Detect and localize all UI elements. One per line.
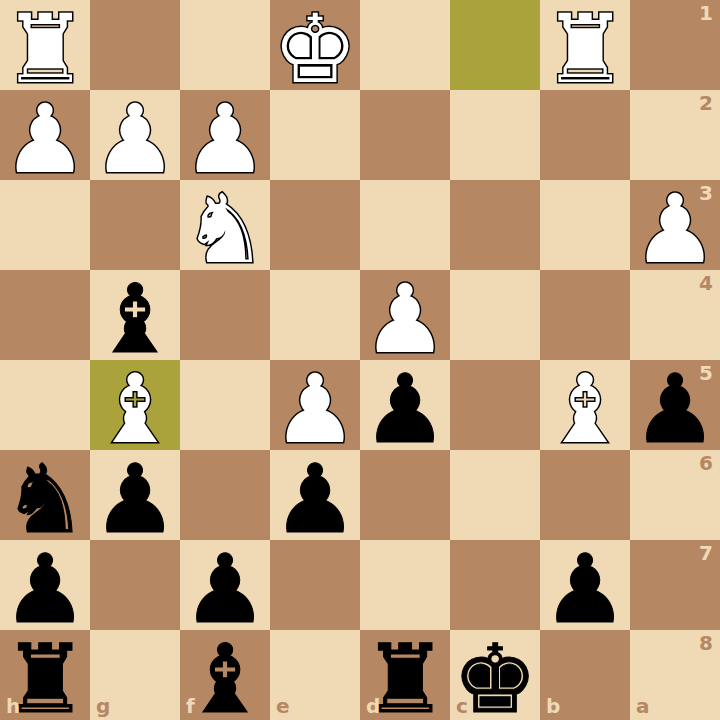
square-d5[interactable]: ♟ bbox=[360, 360, 450, 450]
black-bishop-icon[interactable]: ♝ bbox=[182, 632, 267, 720]
square-c7[interactable] bbox=[450, 540, 540, 630]
black-pawn-icon[interactable]: ♟ bbox=[182, 542, 267, 631]
black-pawn-icon[interactable]: ♟ bbox=[92, 452, 177, 541]
white-knight-icon[interactable]: ♞ bbox=[182, 182, 267, 271]
square-c4[interactable] bbox=[450, 270, 540, 360]
rank-label-7: 7 bbox=[699, 543, 713, 563]
square-a4[interactable]: 4 bbox=[630, 270, 720, 360]
square-e1[interactable]: ♚ bbox=[270, 0, 360, 90]
square-f1[interactable] bbox=[180, 0, 270, 90]
rank-label-6: 6 bbox=[699, 453, 713, 473]
black-bishop-icon[interactable]: ♝ bbox=[92, 272, 177, 361]
black-rook-icon[interactable]: ♜ bbox=[362, 632, 447, 720]
square-g5[interactable]: ♝ bbox=[90, 360, 180, 450]
square-b3[interactable] bbox=[540, 180, 630, 270]
square-e3[interactable] bbox=[270, 180, 360, 270]
square-g4[interactable]: ♝ bbox=[90, 270, 180, 360]
square-b5[interactable]: ♝ bbox=[540, 360, 630, 450]
square-d6[interactable] bbox=[360, 450, 450, 540]
square-a3[interactable]: ♟3 bbox=[630, 180, 720, 270]
black-pawn-icon[interactable]: ♟ bbox=[632, 362, 717, 451]
file-label-b: b bbox=[546, 696, 560, 716]
white-pawn-icon[interactable]: ♟ bbox=[632, 182, 717, 271]
square-b2[interactable] bbox=[540, 90, 630, 180]
white-bishop-icon[interactable]: ♝ bbox=[542, 362, 627, 451]
black-pawn-icon[interactable]: ♟ bbox=[362, 362, 447, 451]
square-h3[interactable] bbox=[0, 180, 90, 270]
square-g7[interactable] bbox=[90, 540, 180, 630]
black-rook-icon[interactable]: ♜ bbox=[2, 632, 87, 720]
square-c6[interactable] bbox=[450, 450, 540, 540]
square-d7[interactable] bbox=[360, 540, 450, 630]
square-e5[interactable]: ♟ bbox=[270, 360, 360, 450]
square-d1[interactable] bbox=[360, 0, 450, 90]
white-pawn-icon[interactable]: ♟ bbox=[2, 92, 87, 181]
square-d8[interactable]: ♜d bbox=[360, 630, 450, 720]
chess-board: ♜♚♜1♟♟♟2♞♟3♝♟4♝♟♟♝♟5♞♟♟6♟♟♟7♜hg♝fe♜d♚cba… bbox=[0, 0, 720, 720]
square-b4[interactable] bbox=[540, 270, 630, 360]
black-pawn-icon[interactable]: ♟ bbox=[2, 542, 87, 631]
square-e7[interactable] bbox=[270, 540, 360, 630]
square-f5[interactable] bbox=[180, 360, 270, 450]
square-d2[interactable] bbox=[360, 90, 450, 180]
square-g2[interactable]: ♟ bbox=[90, 90, 180, 180]
white-bishop-icon[interactable]: ♝ bbox=[92, 362, 177, 451]
square-f7[interactable]: ♟ bbox=[180, 540, 270, 630]
white-rook-icon[interactable]: ♜ bbox=[542, 2, 627, 91]
square-h1[interactable]: ♜ bbox=[0, 0, 90, 90]
square-h7[interactable]: ♟ bbox=[0, 540, 90, 630]
square-g6[interactable]: ♟ bbox=[90, 450, 180, 540]
square-e4[interactable] bbox=[270, 270, 360, 360]
square-f6[interactable] bbox=[180, 450, 270, 540]
square-h5[interactable] bbox=[0, 360, 90, 450]
square-b1[interactable]: ♜ bbox=[540, 0, 630, 90]
square-f8[interactable]: ♝f bbox=[180, 630, 270, 720]
white-king-icon[interactable]: ♚ bbox=[272, 2, 357, 91]
square-h2[interactable]: ♟ bbox=[0, 90, 90, 180]
square-g8[interactable]: g bbox=[90, 630, 180, 720]
rank-label-1: 1 bbox=[699, 3, 713, 23]
square-g1[interactable] bbox=[90, 0, 180, 90]
square-a7[interactable]: 7 bbox=[630, 540, 720, 630]
square-g3[interactable] bbox=[90, 180, 180, 270]
square-f3[interactable]: ♞ bbox=[180, 180, 270, 270]
file-label-g: g bbox=[96, 696, 110, 716]
white-pawn-icon[interactable]: ♟ bbox=[182, 92, 267, 181]
square-d4[interactable]: ♟ bbox=[360, 270, 450, 360]
square-c2[interactable] bbox=[450, 90, 540, 180]
white-pawn-icon[interactable]: ♟ bbox=[272, 362, 357, 451]
square-c8[interactable]: ♚c bbox=[450, 630, 540, 720]
square-h8[interactable]: ♜h bbox=[0, 630, 90, 720]
square-e8[interactable]: e bbox=[270, 630, 360, 720]
file-label-a: a bbox=[636, 696, 650, 716]
square-a6[interactable]: 6 bbox=[630, 450, 720, 540]
square-d3[interactable] bbox=[360, 180, 450, 270]
square-e6[interactable]: ♟ bbox=[270, 450, 360, 540]
square-c3[interactable] bbox=[450, 180, 540, 270]
square-a2[interactable]: 2 bbox=[630, 90, 720, 180]
black-king-icon[interactable]: ♚ bbox=[452, 632, 537, 720]
square-b6[interactable] bbox=[540, 450, 630, 540]
square-e2[interactable] bbox=[270, 90, 360, 180]
square-a5[interactable]: ♟5 bbox=[630, 360, 720, 450]
square-b8[interactable]: b bbox=[540, 630, 630, 720]
rank-label-8: 8 bbox=[699, 633, 713, 653]
square-f4[interactable] bbox=[180, 270, 270, 360]
square-a1[interactable]: 1 bbox=[630, 0, 720, 90]
white-pawn-icon[interactable]: ♟ bbox=[362, 272, 447, 361]
white-pawn-icon[interactable]: ♟ bbox=[92, 92, 177, 181]
square-c5[interactable] bbox=[450, 360, 540, 450]
file-label-e: e bbox=[276, 696, 290, 716]
square-b7[interactable]: ♟ bbox=[540, 540, 630, 630]
square-f2[interactable]: ♟ bbox=[180, 90, 270, 180]
square-h6[interactable]: ♞ bbox=[0, 450, 90, 540]
white-rook-icon[interactable]: ♜ bbox=[2, 2, 87, 91]
rank-label-2: 2 bbox=[699, 93, 713, 113]
rank-label-4: 4 bbox=[699, 273, 713, 293]
black-knight-icon[interactable]: ♞ bbox=[2, 452, 87, 541]
square-h4[interactable] bbox=[0, 270, 90, 360]
black-pawn-icon[interactable]: ♟ bbox=[542, 542, 627, 631]
black-pawn-icon[interactable]: ♟ bbox=[272, 452, 357, 541]
square-c1[interactable] bbox=[450, 0, 540, 90]
square-a8[interactable]: a8 bbox=[630, 630, 720, 720]
